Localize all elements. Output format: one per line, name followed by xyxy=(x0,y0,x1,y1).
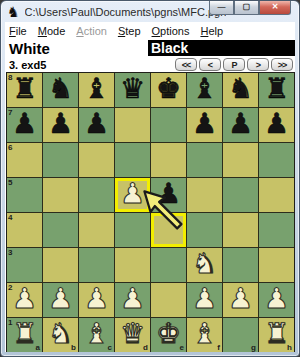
minimize-button[interactable]: — xyxy=(209,1,234,15)
square-f7[interactable]: ♟ xyxy=(187,108,222,142)
square-f6[interactable] xyxy=(187,143,222,177)
square-a3[interactable]: 3 xyxy=(7,248,42,282)
square-h3[interactable] xyxy=(259,248,294,282)
white-king-e1[interactable]: ♚ xyxy=(156,320,181,348)
square-g4[interactable] xyxy=(223,213,258,247)
white-rook-a1[interactable]: ♜ xyxy=(12,320,37,348)
white-pawn-c2[interactable]: ♟ xyxy=(84,285,109,313)
maximize-button[interactable]: ▢ xyxy=(234,1,259,15)
black-pawn-e5[interactable]: ♟ xyxy=(156,180,181,208)
window-title: C:\Users\Paul\Documents\pgns\MFC.pgn xyxy=(25,6,227,18)
square-d2[interactable]: ♟ xyxy=(115,283,150,317)
square-b5[interactable] xyxy=(43,178,78,212)
app-window: ♞ C:\Users\Paul\Documents\pgns\MFC.pgn —… xyxy=(0,0,300,357)
black-pawn-f7[interactable]: ♟ xyxy=(192,110,217,138)
player-labels: White Black xyxy=(5,39,295,57)
white-pawn-a2[interactable]: ♟ xyxy=(12,285,37,313)
rank-label-6: 6 xyxy=(8,143,12,152)
square-f1[interactable]: f♝ xyxy=(187,318,222,352)
black-queen-d8[interactable]: ♛ xyxy=(120,75,145,103)
black-pawn-a7[interactable]: ♟ xyxy=(12,110,37,138)
chess-board[interactable]: 8♜♞♝♛♚♝♞♜7♟♟♟♟♟♟65♟♟43♞2♟♟♟♟♟♟♟1a♜b♞c♝d♛… xyxy=(6,72,295,352)
nav-button-next[interactable]: > xyxy=(247,58,269,71)
square-e8[interactable]: ♚ xyxy=(151,73,186,107)
close-icon: ✕ xyxy=(272,2,279,11)
square-d3[interactable] xyxy=(115,248,150,282)
white-bishop-f1[interactable]: ♝ xyxy=(192,320,217,348)
white-pawn-b2[interactable]: ♟ xyxy=(48,285,73,313)
square-d6[interactable] xyxy=(115,143,150,177)
menu-item-mode[interactable]: Mode xyxy=(38,25,66,37)
square-g8[interactable]: ♞ xyxy=(223,73,258,107)
square-g3[interactable] xyxy=(223,248,258,282)
square-c6[interactable] xyxy=(79,143,114,177)
square-a7[interactable]: 7♟ xyxy=(7,108,42,142)
black-king-e8[interactable]: ♚ xyxy=(156,75,181,103)
square-a1[interactable]: 1a♜ xyxy=(7,318,42,352)
white-pawn-h2[interactable]: ♟ xyxy=(264,285,289,313)
square-a5[interactable]: 5 xyxy=(7,178,42,212)
white-pawn-d2[interactable]: ♟ xyxy=(120,285,145,313)
square-e7[interactable] xyxy=(151,108,186,142)
square-g7[interactable]: ♟ xyxy=(223,108,258,142)
square-c5[interactable] xyxy=(79,178,114,212)
square-g6[interactable] xyxy=(223,143,258,177)
black-bishop-f8[interactable]: ♝ xyxy=(192,75,217,103)
square-d8[interactable]: ♛ xyxy=(115,73,150,107)
white-queen-d1[interactable]: ♛ xyxy=(120,320,145,348)
nav-button-play[interactable]: P xyxy=(223,58,245,71)
square-b3[interactable] xyxy=(43,248,78,282)
board-area: 8♜♞♝♛♚♝♞♜7♟♟♟♟♟♟65♟♟43♞2♟♟♟♟♟♟♟1a♜b♞c♝d♛… xyxy=(6,72,295,352)
menu-bar: FileModeActionStepOptionsHelp xyxy=(5,22,295,39)
file-label-f: f xyxy=(217,343,220,352)
black-pawn-b7[interactable]: ♟ xyxy=(48,110,73,138)
square-e3[interactable] xyxy=(151,248,186,282)
square-d4[interactable] xyxy=(115,213,150,247)
square-f4[interactable] xyxy=(187,213,222,247)
square-d7[interactable] xyxy=(115,108,150,142)
black-bishop-c8[interactable]: ♝ xyxy=(84,75,109,103)
white-bishop-c1[interactable]: ♝ xyxy=(84,320,109,348)
title-bar[interactable]: ♞ C:\Users\Paul\Documents\pgns\MFC.pgn —… xyxy=(1,1,299,22)
square-h7[interactable]: ♟ xyxy=(259,108,294,142)
square-e5[interactable]: ♟ xyxy=(151,178,186,212)
maximize-icon: ▢ xyxy=(243,2,251,11)
square-h4[interactable] xyxy=(259,213,294,247)
square-f8[interactable]: ♝ xyxy=(187,73,222,107)
square-c2[interactable]: ♟ xyxy=(79,283,114,317)
square-h8[interactable]: ♜ xyxy=(259,73,294,107)
menu-item-help[interactable]: Help xyxy=(200,25,223,37)
black-rook-h8[interactable]: ♜ xyxy=(264,75,289,103)
nav-button-first[interactable]: << xyxy=(175,58,197,71)
square-e6[interactable] xyxy=(151,143,186,177)
black-player-label-active: Black xyxy=(148,40,295,56)
menu-item-step[interactable]: Step xyxy=(118,25,141,37)
rank-label-5: 5 xyxy=(8,178,12,187)
square-b1[interactable]: b♞ xyxy=(43,318,78,352)
square-a8[interactable]: 8♜ xyxy=(7,73,42,107)
black-rook-a8[interactable]: ♜ xyxy=(12,75,37,103)
square-a2[interactable]: 2♟ xyxy=(7,283,42,317)
black-knight-b8[interactable]: ♞ xyxy=(48,75,73,103)
menu-item-options[interactable]: Options xyxy=(152,25,190,37)
square-h1[interactable]: h♜ xyxy=(259,318,294,352)
square-b4[interactable] xyxy=(43,213,78,247)
square-e2[interactable] xyxy=(151,283,186,317)
square-b2[interactable]: ♟ xyxy=(43,283,78,317)
square-d1[interactable]: d♛ xyxy=(115,318,150,352)
nav-buttons: <<<P>>> xyxy=(173,58,293,71)
square-g2[interactable]: ♟ xyxy=(223,283,258,317)
black-pawn-g7[interactable]: ♟ xyxy=(228,110,253,138)
white-pawn-d5[interactable]: ♟ xyxy=(120,180,145,208)
square-c3[interactable] xyxy=(79,248,114,282)
square-h6[interactable] xyxy=(259,143,294,177)
square-e1[interactable]: e♚ xyxy=(151,318,186,352)
knight-app-icon: ♞ xyxy=(7,5,20,19)
square-h5[interactable] xyxy=(259,178,294,212)
square-g1[interactable]: g xyxy=(223,318,258,352)
square-e4[interactable] xyxy=(151,213,186,247)
rank-label-3: 3 xyxy=(8,248,12,257)
white-player-label: White xyxy=(5,40,50,57)
square-a6[interactable]: 6 xyxy=(7,143,42,177)
minimize-icon: — xyxy=(218,2,226,11)
black-knight-g8[interactable]: ♞ xyxy=(228,75,253,103)
white-knight-f3[interactable]: ♞ xyxy=(192,250,217,278)
square-c7[interactable]: ♟ xyxy=(79,108,114,142)
square-c1[interactable]: c♝ xyxy=(79,318,114,352)
rank-label-4: 4 xyxy=(8,213,12,222)
nav-button-prev[interactable]: < xyxy=(199,58,221,71)
square-a4[interactable]: 4 xyxy=(7,213,42,247)
white-rook-h1[interactable]: ♜ xyxy=(264,320,289,348)
white-pawn-g2[interactable]: ♟ xyxy=(228,285,253,313)
square-c8[interactable]: ♝ xyxy=(79,73,114,107)
square-f2[interactable]: ♟ xyxy=(187,283,222,317)
white-knight-b1[interactable]: ♞ xyxy=(48,320,73,348)
square-b6[interactable] xyxy=(43,143,78,177)
window-content: FileModeActionStepOptionsHelp White Blac… xyxy=(5,22,295,352)
file-label-g: g xyxy=(251,343,256,352)
menu-item-file[interactable]: File xyxy=(9,25,27,37)
menu-item-action: Action xyxy=(76,25,107,37)
white-pawn-f2[interactable]: ♟ xyxy=(192,285,217,313)
square-f3[interactable]: ♞ xyxy=(187,248,222,282)
square-b8[interactable]: ♞ xyxy=(43,73,78,107)
current-move-text: 3. exd5 xyxy=(9,59,46,71)
square-b7[interactable]: ♟ xyxy=(43,108,78,142)
black-pawn-h7[interactable]: ♟ xyxy=(264,110,289,138)
nav-button-last[interactable]: >> xyxy=(271,58,293,71)
square-f5[interactable] xyxy=(187,178,222,212)
move-and-nav-row: 3. exd5 <<<P>>> xyxy=(5,57,295,72)
window-controls: — ▢ ✕ xyxy=(209,1,291,15)
square-g5[interactable] xyxy=(223,178,258,212)
square-c4[interactable] xyxy=(79,213,114,247)
square-d5[interactable]: ♟ xyxy=(115,178,150,212)
black-pawn-c7[interactable]: ♟ xyxy=(84,110,109,138)
close-button[interactable]: ✕ xyxy=(259,1,291,15)
square-h2[interactable]: ♟ xyxy=(259,283,294,317)
